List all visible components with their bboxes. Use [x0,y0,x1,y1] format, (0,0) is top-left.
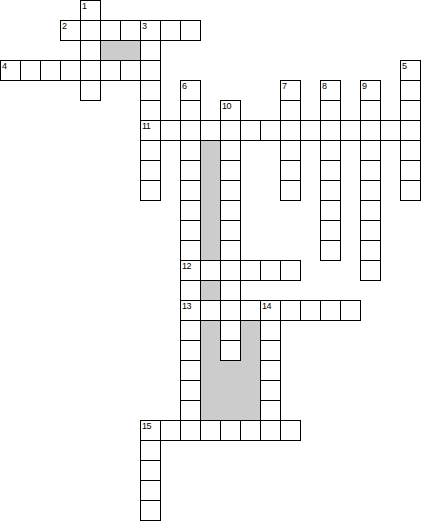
answer-cell-r1-c3[interactable]: 2 [60,20,81,41]
answer-cell-r21-c10[interactable] [200,420,221,441]
answer-cell-r5-c14[interactable] [280,100,301,121]
answer-cell-r11-c9[interactable] [180,220,201,241]
answer-cell-r21-c11[interactable] [220,420,241,441]
answer-cell-r7-c18[interactable] [360,140,381,161]
answer-cell-r3-c5[interactable] [100,60,121,81]
answer-cell-r10-c16[interactable] [320,200,341,221]
answer-cell-r12-c18[interactable] [360,240,381,261]
answer-cell-r13-c10[interactable] [200,260,221,281]
answer-cell-r13-c13[interactable] [260,260,281,281]
answer-cell-r15-c14[interactable] [280,300,301,321]
answer-cell-r3-c20[interactable]: 5 [400,60,421,81]
answer-cell-r4-c20[interactable] [400,80,421,101]
answer-cell-r15-c9[interactable]: 13 [180,300,201,321]
shaded-cell [220,380,241,401]
answer-cell-r5-c9[interactable] [180,100,201,121]
answer-cell-r21-c9[interactable] [180,420,201,441]
answer-cell-r8-c16[interactable] [320,160,341,181]
clue-number-11: 11 [142,121,150,131]
shaded-cell [200,340,221,361]
clue-number-3: 3 [142,21,147,31]
answer-cell-r15-c13[interactable]: 14 [260,300,281,321]
answer-cell-r9-c11[interactable] [220,180,241,201]
answer-cell-r6-c13[interactable] [260,120,281,141]
answer-cell-r4-c16[interactable]: 8 [320,80,341,101]
answer-cell-r16-c11[interactable] [220,320,241,341]
clue-number-10: 10 [222,101,231,111]
answer-cell-r13-c9[interactable]: 12 [180,260,201,281]
shaded-cell [200,280,221,301]
answer-cell-r1-c8[interactable] [160,20,181,41]
answer-cell-r9-c18[interactable] [360,180,381,201]
answer-cell-r6-c20[interactable] [400,120,421,141]
shaded-cell [240,320,261,341]
answer-cell-r9-c14[interactable] [280,180,301,201]
answer-cell-r10-c11[interactable] [220,200,241,221]
answer-cell-r13-c12[interactable] [240,260,261,281]
answer-cell-r5-c20[interactable] [400,100,421,121]
answer-cell-r17-c11[interactable] [220,340,241,361]
shaded-cell [220,360,241,381]
shaded-cell [200,380,221,401]
answer-cell-r6-c14[interactable] [280,120,301,141]
answer-cell-r5-c11[interactable]: 10 [220,100,241,121]
answer-cell-r22-c7[interactable] [140,440,161,461]
shaded-cell [240,360,261,381]
clue-number-1: 1 [82,1,87,11]
answer-cell-r6-c11[interactable] [220,120,241,141]
answer-cell-r1-c7[interactable]: 3 [140,20,161,41]
answer-cell-r8-c9[interactable] [180,160,201,181]
answer-cell-r6-c16[interactable] [320,120,341,141]
answer-cell-r7-c20[interactable] [400,140,421,161]
answer-cell-r3-c3[interactable] [60,60,81,81]
clue-number-13: 13 [182,301,191,311]
clue-number-15: 15 [142,421,151,431]
answer-cell-r4-c18[interactable]: 9 [360,80,381,101]
answer-cell-r14-c11[interactable] [220,280,241,301]
answer-cell-r6-c19[interactable] [380,120,401,141]
shaded-cell [100,40,121,61]
answer-cell-r8-c14[interactable] [280,160,301,181]
clue-number-5: 5 [402,61,407,71]
answer-cell-r18-c9[interactable] [180,360,201,381]
answer-cell-r11-c18[interactable] [360,220,381,241]
answer-cell-r12-c11[interactable] [220,240,241,261]
answer-cell-r1-c9[interactable] [180,20,201,41]
answer-cell-r10-c9[interactable] [180,200,201,221]
answer-cell-r15-c11[interactable] [220,300,241,321]
answer-cell-r21-c7[interactable]: 15 [140,420,161,441]
answer-cell-r23-c7[interactable] [140,460,161,481]
answer-cell-r5-c7[interactable] [140,100,161,121]
shaded-cell [220,400,241,421]
answer-cell-r21-c13[interactable] [260,420,281,441]
answer-cell-r5-c18[interactable] [360,100,381,121]
answer-cell-r3-c2[interactable] [40,60,61,81]
crossword-board: 123456789101112131415 [0,0,421,521]
shaded-cell [240,340,261,361]
answer-cell-r14-c9[interactable] [180,280,201,301]
answer-cell-r3-c6[interactable] [120,60,141,81]
shaded-cell [240,380,261,401]
shaded-cell [200,160,221,181]
answer-cell-r13-c14[interactable] [280,260,301,281]
answer-cell-r4-c4[interactable] [80,80,101,101]
answer-cell-r7-c11[interactable] [220,140,241,161]
answer-cell-r11-c16[interactable] [320,220,341,241]
clue-number-14: 14 [262,301,271,311]
answer-cell-r21-c14[interactable] [280,420,301,441]
answer-cell-r9-c16[interactable] [320,180,341,201]
answer-cell-r16-c9[interactable] [180,320,201,341]
answer-cell-r9-c20[interactable] [400,180,421,201]
answer-cell-r19-c9[interactable] [180,380,201,401]
answer-cell-r18-c13[interactable] [260,360,281,381]
answer-cell-r6-c15[interactable] [300,120,321,141]
answer-cell-r15-c17[interactable] [340,300,361,321]
clue-number-6: 6 [182,81,187,91]
answer-cell-r8-c20[interactable] [400,160,421,181]
answer-cell-r1-c5[interactable] [100,20,121,41]
answer-cell-r7-c9[interactable] [180,140,201,161]
answer-cell-r13-c18[interactable] [360,260,381,281]
answer-cell-r6-c18[interactable] [360,120,381,141]
answer-cell-r21-c12[interactable] [240,420,261,441]
answer-cell-r4-c14[interactable]: 7 [280,80,301,101]
answer-cell-r6-c7[interactable]: 11 [140,120,161,141]
answer-cell-r24-c7[interactable] [140,480,161,501]
answer-cell-r8-c18[interactable] [360,160,381,181]
answer-cell-r15-c10[interactable] [200,300,221,321]
answer-cell-r7-c14[interactable] [280,140,301,161]
answer-cell-r3-c0[interactable]: 4 [0,60,21,81]
answer-cell-r8-c7[interactable] [140,160,161,181]
answer-cell-r9-c7[interactable] [140,180,161,201]
answer-cell-r6-c10[interactable] [200,120,221,141]
answer-cell-r7-c16[interactable] [320,140,341,161]
answer-cell-r1-c6[interactable] [120,20,141,41]
answer-cell-r12-c9[interactable] [180,240,201,261]
answer-cell-r0-c4[interactable]: 1 [80,0,101,21]
shaded-cell [200,220,221,241]
answer-cell-r12-c16[interactable] [320,240,341,261]
answer-cell-r21-c8[interactable] [160,420,181,441]
answer-cell-r6-c9[interactable] [180,120,201,141]
answer-cell-r3-c1[interactable] [20,60,41,81]
shaded-cell [200,400,221,421]
shaded-cell [200,240,221,261]
answer-cell-r2-c7[interactable] [140,40,161,61]
answer-cell-r4-c9[interactable]: 6 [180,80,201,101]
shaded-cell [200,360,221,381]
answer-cell-r9-c9[interactable] [180,180,201,201]
answer-cell-r17-c13[interactable] [260,340,281,361]
answer-cell-r6-c17[interactable] [340,120,361,141]
clue-number-4: 4 [2,61,7,71]
clue-number-9: 9 [362,81,367,91]
clue-number-2: 2 [62,21,67,31]
answer-cell-r10-c18[interactable] [360,200,381,221]
answer-cell-r17-c9[interactable] [180,340,201,361]
answer-cell-r16-c13[interactable] [260,320,281,341]
clue-number-12: 12 [182,261,191,271]
shaded-cell [240,400,261,421]
shaded-cell [200,320,221,341]
answer-cell-r15-c15[interactable] [300,300,321,321]
answer-cell-r3-c4[interactable] [80,60,101,81]
answer-cell-r15-c12[interactable] [240,300,261,321]
shaded-cell [200,180,221,201]
answer-cell-r15-c16[interactable] [320,300,341,321]
answer-cell-r1-c4[interactable] [80,20,101,41]
answer-cell-r5-c16[interactable] [320,100,341,121]
answer-cell-r11-c11[interactable] [220,220,241,241]
answer-cell-r6-c8[interactable] [160,120,181,141]
answer-cell-r4-c7[interactable] [140,80,161,101]
answer-cell-r20-c9[interactable] [180,400,201,421]
clue-number-8: 8 [322,81,327,91]
answer-cell-r6-c12[interactable] [240,120,261,141]
answer-cell-r19-c13[interactable] [260,380,281,401]
shaded-cell [120,40,141,61]
answer-cell-r20-c13[interactable] [260,400,281,421]
answer-cell-r7-c7[interactable] [140,140,161,161]
answer-cell-r25-c7[interactable] [140,500,161,521]
answer-cell-r13-c11[interactable] [220,260,241,281]
shaded-cell [200,140,221,161]
answer-cell-r8-c11[interactable] [220,160,241,181]
shaded-cell [200,200,221,221]
answer-cell-r3-c7[interactable] [140,60,161,81]
answer-cell-r2-c4[interactable] [80,40,101,61]
clue-number-7: 7 [282,81,287,91]
